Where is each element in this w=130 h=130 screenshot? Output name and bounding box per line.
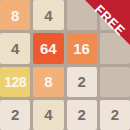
- tile-8: 8: [0, 0, 30, 30]
- board[interactable]: 8446416128822422: [0, 0, 130, 130]
- tile-4: 4: [33, 100, 63, 130]
- tile-8: 8: [33, 67, 63, 97]
- tile-2: 2: [67, 67, 97, 97]
- tile-64: 64: [33, 33, 63, 63]
- empty-cell: [100, 33, 130, 63]
- tile-4: 4: [0, 33, 30, 63]
- empty-cell: [67, 0, 97, 30]
- tile-2: 2: [100, 100, 130, 130]
- tile-2: 2: [0, 100, 30, 130]
- tile-16: 16: [67, 33, 97, 63]
- game-screen: 8446416128822422 FREE: [0, 0, 130, 130]
- tile-4: 4: [33, 0, 63, 30]
- empty-cell: [100, 67, 130, 97]
- tile-128: 128: [0, 67, 30, 97]
- tile-2: 2: [67, 100, 97, 130]
- empty-cell: [100, 0, 130, 30]
